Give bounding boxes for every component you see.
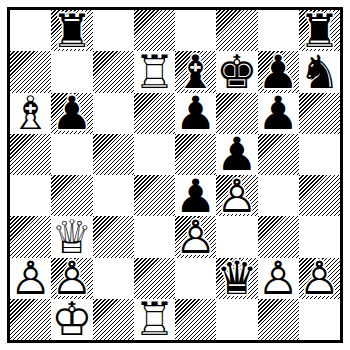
square-g3[interactable] [258,216,299,257]
piece-black-pawn: ♟ [51,93,92,134]
square-a2[interactable]: ♟♙ [10,258,51,299]
square-b8[interactable]: ♜♜ [51,10,92,51]
square-c1[interactable] [93,299,134,340]
square-d7[interactable]: ♜♖ [134,51,175,92]
piece-white-king: ♔ [51,299,92,340]
piece-white-pawn-halo: ♟ [10,258,51,299]
piece-black-pawn: ♟ [258,51,299,92]
piece-white-rook: ♖ [134,51,175,92]
square-b2[interactable]: ♟♙ [51,258,92,299]
piece-black-queen-halo: ♛ [216,258,257,299]
piece-black-pawn: ♟ [216,134,257,175]
square-d3[interactable] [134,216,175,257]
piece-white-rook-halo: ♜ [134,299,175,340]
square-b7[interactable] [51,51,92,92]
square-h6[interactable] [299,93,340,134]
square-h4[interactable] [299,175,340,216]
square-c3[interactable] [93,216,134,257]
square-e7[interactable]: ♝♝ [175,51,216,92]
square-f7[interactable]: ♚♚ [216,51,257,92]
square-h1[interactable] [299,299,340,340]
square-b4[interactable] [51,175,92,216]
square-c5[interactable] [93,134,134,175]
square-g4[interactable] [258,175,299,216]
square-c2[interactable] [93,258,134,299]
square-c8[interactable] [93,10,134,51]
piece-black-pawn: ♟ [175,175,216,216]
square-b3[interactable]: ♛♕ [51,216,92,257]
piece-black-pawn-halo: ♟ [216,134,257,175]
piece-white-pawn-halo: ♟ [51,258,92,299]
square-b1[interactable]: ♚♔ [51,299,92,340]
square-e3[interactable]: ♟♙ [175,216,216,257]
square-g8[interactable] [258,10,299,51]
square-d5[interactable] [134,134,175,175]
piece-black-pawn-halo: ♟ [175,175,216,216]
square-g6[interactable]: ♟♟ [258,93,299,134]
square-d2[interactable] [134,258,175,299]
piece-black-pawn-halo: ♟ [258,51,299,92]
square-f2[interactable]: ♛♛ [216,258,257,299]
piece-black-pawn-halo: ♟ [258,93,299,134]
piece-white-pawn: ♙ [175,216,216,257]
square-e6[interactable]: ♟♟ [175,93,216,134]
square-e2[interactable] [175,258,216,299]
piece-black-bishop-halo: ♝ [175,51,216,92]
square-e4[interactable]: ♟♟ [175,175,216,216]
square-b5[interactable] [51,134,92,175]
square-e5[interactable] [175,134,216,175]
square-d4[interactable] [134,175,175,216]
piece-black-rook-halo: ♜ [51,10,92,51]
square-f3[interactable] [216,216,257,257]
piece-black-knight-halo: ♞ [299,51,340,92]
piece-white-pawn: ♙ [216,175,257,216]
piece-white-pawn: ♙ [51,258,92,299]
piece-white-pawn: ♙ [10,258,51,299]
chess-board: ♜♜♜♜♜♖♝♝♚♚♟♟♞♞♝♗♟♟♟♟♟♟♟♟♟♟♟♙♛♕♟♙♟♙♟♙♛♛♟♙… [10,10,340,340]
square-h3[interactable] [299,216,340,257]
piece-white-pawn-halo: ♟ [299,258,340,299]
square-h2[interactable]: ♟♙ [299,258,340,299]
square-e8[interactable] [175,10,216,51]
piece-black-pawn-halo: ♟ [51,93,92,134]
piece-black-rook: ♜ [299,10,340,51]
square-a1[interactable] [10,299,51,340]
chess-diagram-page: ♜♜♜♜♜♖♝♝♚♚♟♟♞♞♝♗♟♟♟♟♟♟♟♟♟♟♟♙♛♕♟♙♟♙♟♙♛♛♟♙… [0,0,350,350]
piece-white-pawn: ♙ [299,258,340,299]
piece-white-queen-halo: ♛ [51,216,92,257]
square-h7[interactable]: ♞♞ [299,51,340,92]
piece-white-pawn-halo: ♟ [175,216,216,257]
square-a5[interactable] [10,134,51,175]
piece-black-bishop: ♝ [175,51,216,92]
square-d1[interactable]: ♜♖ [134,299,175,340]
square-c4[interactable] [93,175,134,216]
piece-white-pawn-halo: ♟ [258,258,299,299]
piece-black-pawn-halo: ♟ [175,93,216,134]
square-f6[interactable] [216,93,257,134]
square-g7[interactable]: ♟♟ [258,51,299,92]
piece-black-knight: ♞ [299,51,340,92]
square-f4[interactable]: ♟♙ [216,175,257,216]
square-f8[interactable] [216,10,257,51]
square-b6[interactable]: ♟♟ [51,93,92,134]
square-a4[interactable] [10,175,51,216]
piece-white-rook: ♖ [134,299,175,340]
piece-white-queen: ♕ [51,216,92,257]
square-a3[interactable] [10,216,51,257]
piece-white-king-halo: ♚ [51,299,92,340]
square-g5[interactable] [258,134,299,175]
piece-black-queen: ♛ [216,258,257,299]
square-d8[interactable] [134,10,175,51]
piece-black-king: ♚ [216,51,257,92]
square-a7[interactable] [10,51,51,92]
piece-white-rook-halo: ♜ [134,51,175,92]
square-f5[interactable]: ♟♟ [216,134,257,175]
piece-black-king-halo: ♚ [216,51,257,92]
square-h5[interactable] [299,134,340,175]
piece-white-bishop: ♗ [10,93,51,134]
square-c7[interactable] [93,51,134,92]
square-g2[interactable]: ♟♙ [258,258,299,299]
piece-white-pawn-halo: ♟ [216,175,257,216]
piece-white-pawn: ♙ [258,258,299,299]
square-a6[interactable]: ♝♗ [10,93,51,134]
square-g1[interactable] [258,299,299,340]
piece-black-rook-halo: ♜ [299,10,340,51]
square-e1[interactable] [175,299,216,340]
piece-black-pawn: ♟ [258,93,299,134]
piece-black-pawn: ♟ [175,93,216,134]
square-a8[interactable] [10,10,51,51]
square-c6[interactable] [93,93,134,134]
square-h8[interactable]: ♜♜ [299,10,340,51]
piece-black-rook: ♜ [51,10,92,51]
square-d6[interactable] [134,93,175,134]
square-f1[interactable] [216,299,257,340]
board-frame: ♜♜♜♜♜♖♝♝♚♚♟♟♞♞♝♗♟♟♟♟♟♟♟♟♟♟♟♙♛♕♟♙♟♙♟♙♛♛♟♙… [7,7,343,343]
piece-white-bishop-halo: ♝ [10,93,51,134]
